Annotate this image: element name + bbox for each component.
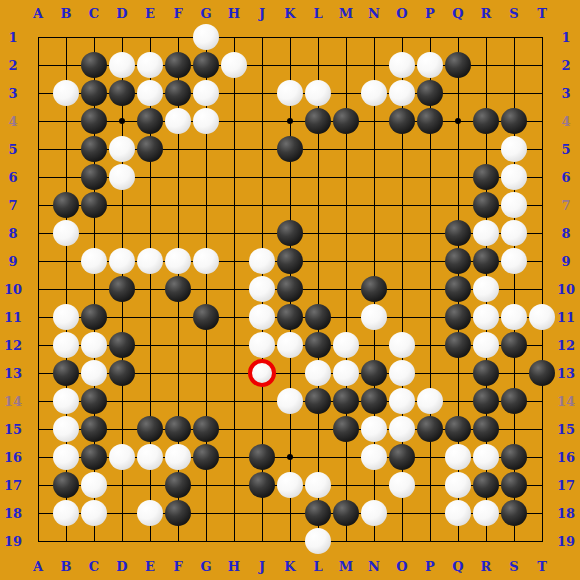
stone-white-P2 <box>417 52 443 78</box>
stone-black-Q10 <box>445 276 471 302</box>
row-label-right-18: 18 <box>557 506 575 521</box>
stone-white-G9 <box>193 248 219 274</box>
row-label-left-5: 5 <box>8 142 17 157</box>
stone-black-L18 <box>305 500 331 526</box>
stone-black-S17 <box>501 472 527 498</box>
stone-black-E15 <box>137 416 163 442</box>
col-label-bottom-N: N <box>368 559 380 574</box>
row-label-right-10: 10 <box>557 282 575 297</box>
col-label-bottom-A: A <box>33 559 43 574</box>
stone-white-R10 <box>473 276 499 302</box>
stone-white-E9 <box>137 248 163 274</box>
stone-black-C16 <box>81 444 107 470</box>
col-label-top-J: J <box>259 6 265 21</box>
stone-black-Q12 <box>445 332 471 358</box>
stone-white-S6 <box>501 164 527 190</box>
col-label-top-G: G <box>200 6 211 21</box>
col-label-bottom-S: S <box>509 559 518 574</box>
stone-white-C17 <box>81 472 107 498</box>
stone-white-L19 <box>305 528 331 554</box>
row-label-left-13: 13 <box>4 366 22 381</box>
stone-black-R17 <box>473 472 499 498</box>
stone-white-Q17 <box>445 472 471 498</box>
stone-black-F10 <box>165 276 191 302</box>
stone-black-M15 <box>333 416 359 442</box>
stone-black-F18 <box>165 500 191 526</box>
stone-white-B16 <box>53 444 79 470</box>
stone-black-Q8 <box>445 220 471 246</box>
stone-white-D9 <box>109 248 135 274</box>
row-label-left-12: 12 <box>4 338 22 353</box>
stone-black-N10 <box>361 276 387 302</box>
stone-white-J10 <box>249 276 275 302</box>
col-label-bottom-G: G <box>200 559 211 574</box>
stone-black-K8 <box>277 220 303 246</box>
col-label-top-A: A <box>33 6 43 21</box>
stone-black-R14 <box>473 388 499 414</box>
stone-white-S9 <box>501 248 527 274</box>
stone-white-J9 <box>249 248 275 274</box>
stone-white-N3 <box>361 80 387 106</box>
row-label-left-18: 18 <box>4 506 22 521</box>
stone-white-O2 <box>389 52 415 78</box>
col-label-bottom-C: C <box>89 559 99 574</box>
stone-black-F17 <box>165 472 191 498</box>
stone-black-C2 <box>81 52 107 78</box>
stone-black-Q15 <box>445 416 471 442</box>
col-label-bottom-D: D <box>116 559 127 574</box>
stone-white-L3 <box>305 80 331 106</box>
star-point-K4 <box>287 118 293 124</box>
stone-white-E2 <box>137 52 163 78</box>
row-label-right-4: 4 <box>561 114 570 129</box>
stone-white-R11 <box>473 304 499 330</box>
stone-white-F9 <box>165 248 191 274</box>
row-label-left-11: 11 <box>4 310 22 325</box>
stone-black-K5 <box>277 136 303 162</box>
row-label-right-5: 5 <box>561 142 570 157</box>
stone-white-C18 <box>81 500 107 526</box>
stone-white-K14 <box>277 388 303 414</box>
col-label-bottom-L: L <box>313 559 322 574</box>
stone-white-S8 <box>501 220 527 246</box>
stone-white-R12 <box>473 332 499 358</box>
stone-white-N15 <box>361 416 387 442</box>
row-label-left-3: 3 <box>8 86 17 101</box>
stone-black-M14 <box>333 388 359 414</box>
row-label-right-17: 17 <box>557 478 575 493</box>
stone-black-R9 <box>473 248 499 274</box>
row-label-right-6: 6 <box>561 170 570 185</box>
star-point-K16 <box>287 454 293 460</box>
row-label-left-1: 1 <box>8 30 17 45</box>
stone-black-B13 <box>53 360 79 386</box>
stone-black-E5 <box>137 136 163 162</box>
col-label-top-K: K <box>284 6 295 21</box>
stone-white-H2 <box>221 52 247 78</box>
stone-black-N14 <box>361 388 387 414</box>
col-label-top-T: T <box>537 6 547 21</box>
stone-white-E18 <box>137 500 163 526</box>
stone-black-Q2 <box>445 52 471 78</box>
stone-black-C6 <box>81 164 107 190</box>
stone-black-K11 <box>277 304 303 330</box>
stone-black-C11 <box>81 304 107 330</box>
stone-white-O12 <box>389 332 415 358</box>
stone-black-S12 <box>501 332 527 358</box>
col-label-top-E: E <box>145 6 155 21</box>
col-label-bottom-E: E <box>145 559 155 574</box>
stone-black-C15 <box>81 416 107 442</box>
stone-black-S18 <box>501 500 527 526</box>
stone-white-D16 <box>109 444 135 470</box>
row-label-left-4: 4 <box>8 114 17 129</box>
stone-black-P4 <box>417 108 443 134</box>
col-label-top-B: B <box>61 6 72 21</box>
stone-black-C4 <box>81 108 107 134</box>
row-label-left-17: 17 <box>4 478 22 493</box>
stone-white-D5 <box>109 136 135 162</box>
row-label-left-6: 6 <box>8 170 17 185</box>
stone-black-C3 <box>81 80 107 106</box>
star-point-Q4 <box>455 118 461 124</box>
stone-black-F3 <box>165 80 191 106</box>
stone-black-L14 <box>305 388 331 414</box>
stone-black-E4 <box>137 108 163 134</box>
stone-white-N18 <box>361 500 387 526</box>
stone-white-J11 <box>249 304 275 330</box>
stone-white-G4 <box>193 108 219 134</box>
col-label-bottom-P: P <box>425 559 435 574</box>
row-label-left-15: 15 <box>4 422 22 437</box>
stone-white-L17 <box>305 472 331 498</box>
row-label-left-16: 16 <box>4 450 22 465</box>
stone-black-S14 <box>501 388 527 414</box>
stone-white-K12 <box>277 332 303 358</box>
stone-white-K17 <box>277 472 303 498</box>
stone-black-L4 <box>305 108 331 134</box>
col-label-bottom-F: F <box>173 559 182 574</box>
stone-black-S4 <box>501 108 527 134</box>
stone-white-G1 <box>193 24 219 50</box>
row-label-right-12: 12 <box>557 338 575 353</box>
col-label-bottom-H: H <box>228 559 240 574</box>
row-label-right-13: 13 <box>557 366 575 381</box>
stone-black-O16 <box>389 444 415 470</box>
row-label-right-1: 1 <box>561 30 570 45</box>
stone-black-F2 <box>165 52 191 78</box>
stone-white-M13 <box>333 360 359 386</box>
stone-white-O13 <box>389 360 415 386</box>
stone-white-M12 <box>333 332 359 358</box>
col-label-top-M: M <box>339 6 353 21</box>
stone-black-J17 <box>249 472 275 498</box>
col-label-bottom-J: J <box>259 559 265 574</box>
stone-black-D13 <box>109 360 135 386</box>
row-label-right-8: 8 <box>561 226 570 241</box>
stone-black-M18 <box>333 500 359 526</box>
stone-black-L12 <box>305 332 331 358</box>
col-label-bottom-M: M <box>339 559 353 574</box>
stone-white-F4 <box>165 108 191 134</box>
last-move-stone-white-J13 <box>248 359 276 387</box>
col-label-bottom-R: R <box>481 559 492 574</box>
stone-black-Q11 <box>445 304 471 330</box>
row-label-left-14: 14 <box>4 394 22 409</box>
stone-white-B3 <box>53 80 79 106</box>
stone-black-K10 <box>277 276 303 302</box>
col-label-top-P: P <box>425 6 435 21</box>
stone-black-S16 <box>501 444 527 470</box>
col-label-top-D: D <box>116 6 127 21</box>
stone-white-B11 <box>53 304 79 330</box>
stone-white-F16 <box>165 444 191 470</box>
stone-white-E16 <box>137 444 163 470</box>
stone-black-R15 <box>473 416 499 442</box>
stone-black-R13 <box>473 360 499 386</box>
stone-black-M4 <box>333 108 359 134</box>
col-label-top-R: R <box>481 6 492 21</box>
stone-white-Q16 <box>445 444 471 470</box>
stone-black-K9 <box>277 248 303 274</box>
row-label-left-2: 2 <box>8 58 17 73</box>
stone-white-J12 <box>249 332 275 358</box>
stone-black-R4 <box>473 108 499 134</box>
stone-black-C14 <box>81 388 107 414</box>
col-label-top-L: L <box>313 6 322 21</box>
stone-white-R18 <box>473 500 499 526</box>
col-label-bottom-B: B <box>61 559 72 574</box>
row-label-right-9: 9 <box>561 254 570 269</box>
stone-white-L13 <box>305 360 331 386</box>
col-label-top-Q: Q <box>452 6 463 21</box>
stone-black-C7 <box>81 192 107 218</box>
stone-white-P14 <box>417 388 443 414</box>
stone-black-C5 <box>81 136 107 162</box>
stone-white-S11 <box>501 304 527 330</box>
stone-white-K3 <box>277 80 303 106</box>
stone-black-O4 <box>389 108 415 134</box>
stone-white-C12 <box>81 332 107 358</box>
stone-black-D10 <box>109 276 135 302</box>
stone-white-G3 <box>193 80 219 106</box>
col-label-bottom-K: K <box>284 559 295 574</box>
stone-black-R7 <box>473 192 499 218</box>
stone-white-D6 <box>109 164 135 190</box>
col-label-top-F: F <box>173 6 182 21</box>
stone-white-N11 <box>361 304 387 330</box>
stone-white-R8 <box>473 220 499 246</box>
stone-black-B17 <box>53 472 79 498</box>
col-label-top-C: C <box>89 6 99 21</box>
stone-black-N13 <box>361 360 387 386</box>
stone-white-C9 <box>81 248 107 274</box>
row-label-right-7: 7 <box>561 198 570 213</box>
stone-black-F15 <box>165 416 191 442</box>
stone-white-R16 <box>473 444 499 470</box>
col-label-bottom-Q: Q <box>452 559 463 574</box>
stone-white-Q18 <box>445 500 471 526</box>
stone-white-D2 <box>109 52 135 78</box>
stone-black-Q9 <box>445 248 471 274</box>
stone-black-D12 <box>109 332 135 358</box>
stone-white-O3 <box>389 80 415 106</box>
row-label-left-7: 7 <box>8 198 17 213</box>
stone-white-B15 <box>53 416 79 442</box>
stone-white-B14 <box>53 388 79 414</box>
stone-black-B7 <box>53 192 79 218</box>
stone-black-D3 <box>109 80 135 106</box>
stone-white-E3 <box>137 80 163 106</box>
col-label-top-N: N <box>368 6 380 21</box>
row-label-right-16: 16 <box>557 450 575 465</box>
col-label-bottom-O: O <box>396 559 407 574</box>
stone-white-B8 <box>53 220 79 246</box>
stone-white-B12 <box>53 332 79 358</box>
stone-black-G2 <box>193 52 219 78</box>
stone-white-T11 <box>529 304 555 330</box>
stone-black-J16 <box>249 444 275 470</box>
stone-white-C13 <box>81 360 107 386</box>
row-label-left-19: 19 <box>4 534 22 549</box>
stone-black-P3 <box>417 80 443 106</box>
stone-black-R6 <box>473 164 499 190</box>
stone-black-G16 <box>193 444 219 470</box>
col-label-bottom-T: T <box>537 559 547 574</box>
stone-white-O17 <box>389 472 415 498</box>
stone-black-G15 <box>193 416 219 442</box>
row-label-right-11: 11 <box>557 310 575 325</box>
stone-black-P15 <box>417 416 443 442</box>
stone-white-S7 <box>501 192 527 218</box>
stone-black-L11 <box>305 304 331 330</box>
row-label-right-3: 3 <box>561 86 570 101</box>
row-label-right-14: 14 <box>557 394 575 409</box>
col-label-top-O: O <box>396 6 407 21</box>
stone-white-S5 <box>501 136 527 162</box>
go-board[interactable]: AABBCCDDEEFFGGHHJJKKLLMMNNOOPPQQRRSSTT11… <box>0 0 580 580</box>
row-label-left-9: 9 <box>8 254 17 269</box>
star-point-D4 <box>119 118 125 124</box>
stone-black-T13 <box>529 360 555 386</box>
row-label-right-2: 2 <box>561 58 570 73</box>
stone-white-N16 <box>361 444 387 470</box>
row-label-right-15: 15 <box>557 422 575 437</box>
stone-white-O15 <box>389 416 415 442</box>
row-label-right-19: 19 <box>557 534 575 549</box>
row-label-left-8: 8 <box>8 226 17 241</box>
col-label-top-S: S <box>509 6 518 21</box>
stone-black-G11 <box>193 304 219 330</box>
stone-white-B18 <box>53 500 79 526</box>
col-label-top-H: H <box>228 6 240 21</box>
row-label-left-10: 10 <box>4 282 22 297</box>
stone-white-O14 <box>389 388 415 414</box>
